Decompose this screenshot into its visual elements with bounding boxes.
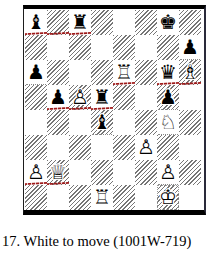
black-king-g8-icon: ♚♚: [157, 10, 179, 35]
white-king-g1-icon: ♚♔: [157, 185, 179, 210]
square-h6: ♝♗: [179, 60, 201, 85]
black-pawn-b5-icon: ♟♟: [47, 85, 69, 110]
square-a2: ♟♙: [25, 160, 47, 185]
square-d8: [91, 10, 113, 35]
white-pawn-f3-icon: ♟♙: [135, 135, 157, 160]
square-f2: [135, 160, 157, 185]
white-rook-d1-icon: ♜♖: [91, 185, 113, 210]
square-a5: [25, 85, 47, 110]
square-b6: [47, 60, 69, 85]
white-bishop-h6-icon: ♝♗: [179, 60, 201, 85]
square-c1: [69, 185, 91, 210]
black-bishop-d4-icon: ♝♝: [91, 110, 113, 135]
square-g2: ♟♙: [157, 160, 179, 185]
square-f3: ♟♙: [135, 135, 157, 160]
square-h4: [179, 110, 201, 135]
square-e1: [113, 185, 135, 210]
white-pawn-g2-icon: ♟♙: [157, 160, 179, 185]
black-rook-c8-icon: ♜♜: [69, 10, 91, 35]
black-pawn-g5-icon: ♟♟: [157, 85, 179, 110]
square-b3: [47, 135, 69, 160]
white-rook-e6-icon: ♜♖: [113, 60, 135, 85]
square-h3: [179, 135, 201, 160]
black-queen-g6-icon: ♛♛: [157, 60, 179, 85]
square-h2: [179, 160, 201, 185]
square-b1: [47, 185, 69, 210]
square-g4: ♞♘: [157, 110, 179, 135]
square-d6: [91, 60, 113, 85]
black-pawn-a6-icon: ♟♟: [25, 60, 47, 85]
square-a3: [25, 135, 47, 160]
square-f1: [135, 185, 157, 210]
square-h1: [179, 185, 201, 210]
square-e4: [113, 110, 135, 135]
square-b2: ♛♕: [47, 160, 69, 185]
white-pawn-a2-icon: ♟♙: [25, 160, 47, 185]
square-d4: ♝♝: [91, 110, 113, 135]
square-e2: [113, 160, 135, 185]
square-g1: ♚♔: [157, 185, 179, 210]
black-pawn-h7-icon: ♟♟: [179, 35, 201, 60]
square-h5: [179, 85, 201, 110]
square-g3: [157, 135, 179, 160]
black-bishop-a8-icon: ♝♝: [25, 10, 47, 35]
diagram-caption: 17. White to move (1001W-719): [2, 233, 213, 250]
square-d1: ♜♖: [91, 185, 113, 210]
chess-board: ♝♝♜♜♚♚♟♟♟♟♜♖♛♛♝♗♟♟♟♙♜♜♟♟♝♝♞♘♟♙♟♙♛♕♟♙♜♖♚♔: [25, 10, 201, 210]
square-b5: ♟♟: [47, 85, 69, 110]
square-f5: [135, 85, 157, 110]
square-f4: [135, 110, 157, 135]
square-c7: [69, 35, 91, 60]
white-knight-g4-icon: ♞♘: [157, 110, 179, 135]
square-a1: [25, 185, 47, 210]
square-c4: [69, 110, 91, 135]
square-g7: [157, 35, 179, 60]
square-h8: [179, 10, 201, 35]
square-a4: [25, 110, 47, 135]
square-f8: [135, 10, 157, 35]
white-pawn-c5-icon: ♟♙: [69, 85, 91, 110]
chess-diagram-page: ♝♝♜♜♚♚♟♟♟♟♜♖♛♛♝♗♟♟♟♙♜♜♟♟♝♝♞♘♟♙♟♙♛♕♟♙♜♖♚♔…: [0, 0, 215, 257]
square-f7: [135, 35, 157, 60]
black-rook-d5-icon: ♜♜: [91, 85, 113, 110]
square-e6: ♜♖: [113, 60, 135, 85]
chess-board-frame: ♝♝♜♜♚♚♟♟♟♟♜♖♛♛♝♗♟♟♟♙♜♜♟♟♝♝♞♘♟♙♟♙♛♕♟♙♜♖♚♔: [23, 5, 206, 215]
square-e8: [113, 10, 135, 35]
square-d7: [91, 35, 113, 60]
square-e3: [113, 135, 135, 160]
square-a8: ♝♝: [25, 10, 47, 35]
square-h7: ♟♟: [179, 35, 201, 60]
square-c3: [69, 135, 91, 160]
square-a7: [25, 35, 47, 60]
square-c2: [69, 160, 91, 185]
square-d2: [91, 160, 113, 185]
square-g6: ♛♛: [157, 60, 179, 85]
square-e7: [113, 35, 135, 60]
square-g8: ♚♚: [157, 10, 179, 35]
square-g5: ♟♟: [157, 85, 179, 110]
square-e5: [113, 85, 135, 110]
square-c5: ♟♙: [69, 85, 91, 110]
square-c6: [69, 60, 91, 85]
square-d3: [91, 135, 113, 160]
square-b4: [47, 110, 69, 135]
square-d5: ♜♜: [91, 85, 113, 110]
square-c8: ♜♜: [69, 10, 91, 35]
square-b8: [47, 10, 69, 35]
white-queen-b2-icon: ♛♕: [47, 160, 69, 185]
square-b7: [47, 35, 69, 60]
square-a6: ♟♟: [25, 60, 47, 85]
square-f6: [135, 60, 157, 85]
